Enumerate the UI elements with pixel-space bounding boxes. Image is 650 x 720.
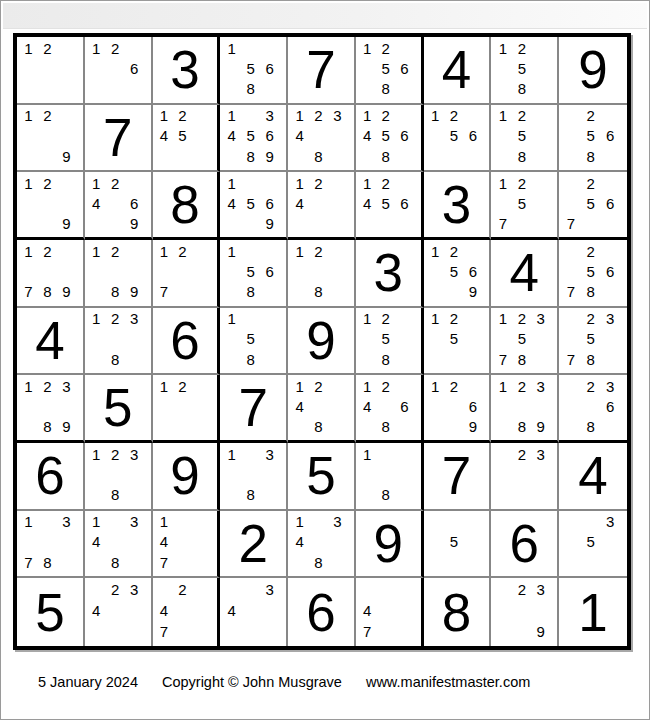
candidate-digit — [125, 464, 144, 484]
cell-r9c7[interactable]: 8 — [424, 578, 492, 646]
candidate-digit — [173, 552, 192, 572]
candidate-digit: 8 — [581, 146, 601, 166]
pencil-marks: 1256 — [426, 106, 483, 167]
cell-r8c7[interactable]: 5 — [424, 511, 492, 579]
cell-r8c1[interactable]: 1378 — [17, 511, 85, 579]
candidate-digit — [106, 600, 125, 621]
pencil-marks: 1345689 — [222, 106, 279, 167]
candidate-digit: 7 — [493, 349, 512, 369]
candidate-digit — [581, 512, 601, 532]
candidate-digit: 8 — [309, 552, 328, 572]
cell-r9c4[interactable]: 34 — [220, 578, 288, 646]
candidate-digit — [493, 193, 512, 213]
candidate-digit: 3 — [57, 376, 76, 396]
cell-r7c3[interactable]: 9 — [153, 443, 221, 511]
candidate-digit: 5 — [445, 261, 464, 281]
candidate-digit — [426, 396, 445, 416]
pencil-marks: 1289 — [87, 241, 144, 302]
pencil-marks: 147 — [155, 512, 211, 573]
cell-r4c3[interactable]: 127 — [153, 240, 221, 308]
candidate-digit — [57, 126, 76, 146]
candidate-digit: 3 — [125, 512, 144, 532]
candidate-digit: 8 — [581, 349, 601, 369]
candidate-digit: 3 — [531, 309, 550, 329]
candidate-digit: 1 — [493, 376, 512, 396]
cell-r8c8[interactable]: 6 — [491, 511, 559, 579]
pencil-marks: 126 — [87, 38, 144, 99]
candidate-digit: 7 — [19, 281, 38, 301]
candidate-digit — [561, 261, 581, 281]
solved-digit: 7 — [85, 105, 151, 171]
candidate-digit — [561, 396, 581, 416]
candidate-digit: 4 — [155, 126, 174, 146]
candidate-digit — [260, 349, 279, 369]
candidate-digit: 6 — [600, 126, 620, 146]
cell-r1c1[interactable]: 12 — [17, 37, 85, 105]
candidate-digit: 9 — [531, 416, 550, 436]
candidate-digit — [155, 261, 174, 281]
candidate-digit: 8 — [241, 146, 260, 166]
cell-r4c2[interactable]: 1289 — [85, 240, 153, 308]
cell-r1c8[interactable]: 1258 — [491, 37, 559, 105]
candidate-digit: 2 — [376, 173, 395, 193]
candidate-digit: 6 — [600, 193, 620, 213]
candidate-digit — [241, 106, 260, 126]
candidate-digit — [561, 241, 581, 261]
candidate-digit — [445, 396, 464, 416]
candidate-digit — [395, 621, 414, 642]
cell-r1c9[interactable]: 9 — [559, 37, 627, 105]
cell-r4c4[interactable]: 1568 — [220, 240, 288, 308]
candidate-digit — [19, 532, 38, 552]
cell-r5c2[interactable]: 1238 — [85, 308, 153, 376]
candidate-digit: 5 — [241, 193, 260, 213]
pencil-marks: 124568 — [358, 106, 414, 167]
candidate-digit — [106, 193, 125, 213]
candidate-digit — [328, 241, 347, 261]
cell-r9c2[interactable]: 234 — [85, 578, 153, 646]
pencil-marks: 1348 — [87, 512, 144, 573]
candidate-digit: 8 — [309, 416, 328, 436]
pencil-marks: 239 — [493, 579, 550, 642]
candidate-digit: 8 — [512, 78, 531, 98]
candidate-digit — [561, 512, 581, 532]
candidate-digit — [358, 464, 377, 484]
candidate-digit: 1 — [87, 38, 106, 58]
candidate-digit: 1 — [19, 241, 38, 261]
candidate-digit: 7 — [561, 281, 581, 301]
cell-r6c3[interactable]: 12 — [153, 375, 221, 443]
cell-r6c8[interactable]: 12389 — [491, 375, 559, 443]
cell-r3c1[interactable]: 129 — [17, 172, 85, 240]
cell-r2c6[interactable]: 124568 — [356, 105, 424, 173]
candidate-digit — [19, 213, 38, 233]
candidate-digit — [395, 106, 414, 126]
pencil-marks: 12468 — [358, 376, 414, 436]
cell-r2c5[interactable]: 12348 — [288, 105, 356, 173]
pencil-marks: 12348 — [290, 106, 347, 167]
candidate-digit: 5 — [581, 532, 601, 552]
solved-digit: 8 — [153, 172, 218, 237]
pencil-marks: 129 — [19, 106, 76, 167]
candidate-digit: 6 — [260, 193, 279, 213]
candidate-digit — [87, 78, 106, 98]
candidate-digit — [531, 600, 550, 621]
cell-r3c7[interactable]: 3 — [424, 172, 492, 240]
cell-r6c4[interactable]: 7 — [220, 375, 288, 443]
pencil-marks: 1238 — [87, 309, 144, 370]
candidate-digit — [57, 106, 76, 126]
candidate-digit: 2 — [512, 106, 531, 126]
candidate-digit — [445, 416, 464, 436]
candidate-digit — [512, 213, 531, 233]
cell-r3c5[interactable]: 124 — [288, 172, 356, 240]
cell-r7c6[interactable]: 18 — [356, 443, 424, 511]
cell-r2c1[interactable]: 129 — [17, 105, 85, 173]
cell-r4c9[interactable]: 25678 — [559, 240, 627, 308]
cell-r9c1[interactable]: 5 — [17, 578, 85, 646]
candidate-digit — [464, 512, 483, 532]
candidate-digit — [125, 329, 144, 349]
pencil-marks: 12568 — [358, 38, 414, 99]
cell-r4c6[interactable]: 3 — [356, 240, 424, 308]
candidate-digit: 5 — [581, 193, 601, 213]
candidate-digit — [328, 173, 347, 193]
cell-r6c7[interactable]: 1269 — [424, 375, 492, 443]
cell-r3c3[interactable]: 8 — [153, 172, 221, 240]
solved-digit: 9 — [288, 308, 354, 374]
solved-digit: 5 — [85, 375, 151, 440]
candidate-digit: 7 — [561, 349, 581, 369]
candidate-digit — [426, 261, 445, 281]
candidate-digit — [395, 484, 414, 504]
cell-r9c5[interactable]: 6 — [288, 578, 356, 646]
cell-r5c1[interactable]: 4 — [17, 308, 85, 376]
candidate-digit: 1 — [493, 106, 512, 126]
footer-date: 5 January 2024 — [38, 674, 138, 690]
candidate-digit: 6 — [125, 58, 144, 78]
cell-r8c2[interactable]: 1348 — [85, 511, 153, 579]
cell-r3c4[interactable]: 14569 — [220, 172, 288, 240]
candidate-digit: 9 — [125, 213, 144, 233]
candidate-digit — [106, 58, 125, 78]
candidate-digit — [464, 146, 483, 166]
cell-r2c7[interactable]: 1256 — [424, 105, 492, 173]
cell-r8c6[interactable]: 9 — [356, 511, 424, 579]
candidate-digit: 2 — [38, 106, 57, 126]
candidate-digit — [426, 281, 445, 301]
solved-digit: 1 — [559, 578, 627, 646]
cell-r2c9[interactable]: 2568 — [559, 105, 627, 173]
cell-r8c5[interactable]: 1348 — [288, 511, 356, 579]
candidate-digit: 1 — [358, 173, 377, 193]
cell-r2c3[interactable]: 1245 — [153, 105, 221, 173]
solved-digit: 7 — [288, 37, 354, 103]
cell-r9c9[interactable]: 1 — [559, 578, 627, 646]
pencil-marks: 35 — [561, 512, 620, 573]
pencil-marks: 125 — [426, 309, 483, 370]
candidate-digit: 1 — [87, 173, 106, 193]
candidate-digit: 6 — [260, 58, 279, 78]
candidate-digit: 9 — [464, 281, 483, 301]
candidate-digit — [328, 416, 347, 436]
candidate-digit — [395, 464, 414, 484]
candidate-digit: 5 — [173, 126, 192, 146]
candidate-digit: 1 — [222, 173, 241, 193]
cell-r7c1[interactable]: 6 — [17, 443, 85, 511]
candidate-digit: 8 — [241, 281, 260, 301]
cell-r7c2[interactable]: 1238 — [85, 443, 153, 511]
candidate-digit — [561, 552, 581, 572]
cell-r7c9[interactable]: 4 — [559, 443, 627, 511]
candidate-digit — [376, 444, 395, 464]
candidate-digit — [106, 78, 125, 98]
candidate-digit — [426, 126, 445, 146]
pencil-marks: 12 — [19, 38, 76, 99]
candidate-digit — [87, 484, 106, 504]
cell-r4c7[interactable]: 12569 — [424, 240, 492, 308]
candidate-digit: 7 — [561, 213, 581, 233]
cell-r1c5[interactable]: 7 — [288, 37, 356, 105]
candidate-digit — [426, 349, 445, 369]
cell-r1c2[interactable]: 126 — [85, 37, 153, 105]
solved-digit: 7 — [220, 375, 286, 440]
candidate-digit: 1 — [222, 106, 241, 126]
solved-digit: 4 — [424, 37, 490, 103]
cell-r6c5[interactable]: 1248 — [288, 375, 356, 443]
candidate-digit — [241, 173, 260, 193]
candidate-digit: 4 — [358, 193, 377, 213]
candidate-digit: 2 — [106, 444, 125, 464]
pencil-marks: 2567 — [561, 173, 620, 233]
candidate-digit: 9 — [57, 281, 76, 301]
candidate-digit — [531, 106, 550, 126]
cell-r7c5[interactable]: 5 — [288, 443, 356, 511]
candidate-digit — [309, 126, 328, 146]
candidate-digit — [445, 512, 464, 532]
cell-r5c5[interactable]: 9 — [288, 308, 356, 376]
pencil-marks: 128 — [290, 241, 347, 302]
cell-r5c9[interactable]: 23578 — [559, 308, 627, 376]
candidate-digit: 1 — [426, 309, 445, 329]
solved-digit: 6 — [17, 443, 83, 509]
candidate-digit — [241, 579, 260, 600]
candidate-digit — [561, 173, 581, 193]
candidate-digit — [106, 532, 125, 552]
candidate-digit — [531, 193, 550, 213]
candidate-digit: 2 — [38, 173, 57, 193]
cell-r7c8[interactable]: 23 — [491, 443, 559, 511]
cell-r8c3[interactable]: 147 — [153, 511, 221, 579]
candidate-digit: 1 — [155, 376, 174, 396]
candidate-digit: 2 — [309, 241, 328, 261]
candidate-digit: 5 — [241, 329, 260, 349]
candidate-digit: 1 — [19, 106, 38, 126]
candidate-digit: 1 — [493, 38, 512, 58]
candidate-digit: 8 — [512, 416, 531, 436]
cell-r9c8[interactable]: 239 — [491, 578, 559, 646]
cell-r1c4[interactable]: 1568 — [220, 37, 288, 105]
candidate-digit — [192, 552, 211, 572]
candidate-digit: 8 — [106, 349, 125, 369]
candidate-digit — [358, 329, 377, 349]
candidate-digit — [531, 213, 550, 233]
candidate-digit: 3 — [328, 512, 347, 532]
candidate-digit: 4 — [290, 396, 309, 416]
candidate-digit — [87, 58, 106, 78]
cell-r6c2[interactable]: 5 — [85, 375, 153, 443]
candidate-digit: 8 — [38, 552, 57, 572]
candidate-digit: 1 — [358, 309, 377, 329]
pencil-marks: 129 — [19, 173, 76, 233]
candidate-digit: 1 — [358, 106, 377, 126]
candidate-digit — [192, 106, 211, 126]
pencil-marks: 158 — [222, 309, 279, 370]
cell-r5c8[interactable]: 123578 — [491, 308, 559, 376]
pencil-marks: 12389 — [19, 376, 76, 436]
solved-digit: 8 — [424, 578, 490, 646]
cell-r7c7[interactable]: 7 — [424, 443, 492, 511]
candidate-digit: 6 — [395, 193, 414, 213]
candidate-digit: 5 — [376, 193, 395, 213]
candidate-digit — [309, 532, 328, 552]
candidate-digit — [493, 58, 512, 78]
candidate-digit — [173, 600, 192, 621]
cell-r5c3[interactable]: 6 — [153, 308, 221, 376]
cell-r2c8[interactable]: 1258 — [491, 105, 559, 173]
cell-r5c4[interactable]: 158 — [220, 308, 288, 376]
candidate-digit — [328, 193, 347, 213]
candidate-digit — [241, 213, 260, 233]
pencil-marks: 1248 — [290, 376, 347, 436]
candidate-digit — [309, 261, 328, 281]
candidate-digit — [358, 416, 377, 436]
candidate-digit: 2 — [581, 376, 601, 396]
candidate-digit — [376, 621, 395, 642]
candidate-digit: 3 — [57, 512, 76, 532]
candidate-digit — [222, 579, 241, 600]
candidate-digit — [426, 552, 445, 572]
candidate-digit — [600, 241, 620, 261]
candidate-digit — [358, 213, 377, 233]
candidate-digit: 2 — [38, 38, 57, 58]
pencil-marks: 1348 — [290, 512, 347, 573]
cell-r2c4[interactable]: 1345689 — [220, 105, 288, 173]
candidate-digit: 2 — [512, 444, 531, 464]
candidate-digit — [600, 213, 620, 233]
candidate-digit — [87, 281, 106, 301]
candidate-digit — [106, 329, 125, 349]
candidate-digit: 2 — [512, 376, 531, 396]
candidate-digit: 7 — [155, 281, 174, 301]
pencil-marks: 12389 — [493, 376, 550, 436]
candidate-digit: 2 — [376, 38, 395, 58]
pencil-marks: 1378 — [19, 512, 76, 573]
candidate-digit: 8 — [241, 78, 260, 98]
candidate-digit — [241, 600, 260, 621]
candidate-digit: 4 — [358, 396, 377, 416]
candidate-digit — [531, 58, 550, 78]
candidate-digit — [561, 106, 581, 126]
cell-r9c6[interactable]: 47 — [356, 578, 424, 646]
cell-r8c9[interactable]: 35 — [559, 511, 627, 579]
solved-digit: 2 — [220, 511, 286, 577]
candidate-digit: 8 — [38, 281, 57, 301]
cell-r8c4[interactable]: 2 — [220, 511, 288, 579]
cell-r4c8[interactable]: 4 — [491, 240, 559, 308]
candidate-digit — [328, 146, 347, 166]
candidate-digit — [38, 532, 57, 552]
cell-r6c6[interactable]: 12468 — [356, 375, 424, 443]
candidate-digit — [376, 464, 395, 484]
candidate-digit — [125, 552, 144, 572]
candidate-digit — [222, 261, 241, 281]
candidate-digit — [241, 444, 260, 464]
pencil-marks: 1257 — [493, 173, 550, 233]
cell-r7c4[interactable]: 138 — [220, 443, 288, 511]
candidate-digit — [600, 173, 620, 193]
cell-r3c6[interactable]: 12456 — [356, 172, 424, 240]
candidate-digit — [192, 396, 211, 416]
candidate-digit: 3 — [600, 376, 620, 396]
cell-r5c7[interactable]: 125 — [424, 308, 492, 376]
candidate-digit — [531, 173, 550, 193]
candidate-digit — [260, 309, 279, 329]
pencil-marks: 234 — [87, 579, 144, 642]
cell-r3c8[interactable]: 1257 — [491, 172, 559, 240]
candidate-digit: 8 — [512, 349, 531, 369]
cell-r6c9[interactable]: 2368 — [559, 375, 627, 443]
candidate-digit — [376, 213, 395, 233]
candidate-digit — [328, 396, 347, 416]
candidate-digit — [600, 146, 620, 166]
candidate-digit — [57, 193, 76, 213]
candidate-digit — [57, 78, 76, 98]
cell-r2c2[interactable]: 7 — [85, 105, 153, 173]
candidate-digit: 1 — [155, 512, 174, 532]
cell-r9c3[interactable]: 247 — [153, 578, 221, 646]
candidate-digit — [192, 126, 211, 146]
candidate-digit: 9 — [57, 416, 76, 436]
candidate-digit — [426, 146, 445, 166]
candidate-digit — [260, 173, 279, 193]
candidate-digit — [561, 309, 581, 329]
cell-r5c6[interactable]: 1258 — [356, 308, 424, 376]
footer: 5 January 2024 Copyright © John Musgrave… — [38, 674, 530, 690]
cell-r1c6[interactable]: 12568 — [356, 37, 424, 105]
candidate-digit — [464, 532, 483, 552]
cell-r4c1[interactable]: 12789 — [17, 240, 85, 308]
candidate-digit — [222, 329, 241, 349]
cell-r6c1[interactable]: 12389 — [17, 375, 85, 443]
candidate-digit — [512, 484, 531, 504]
candidate-digit — [87, 329, 106, 349]
cell-r3c9[interactable]: 2567 — [559, 172, 627, 240]
candidate-digit — [19, 58, 38, 78]
pencil-marks: 2568 — [561, 106, 620, 167]
cell-r1c3[interactable]: 3 — [153, 37, 221, 105]
candidate-digit: 7 — [155, 552, 174, 572]
candidate-digit — [309, 193, 328, 213]
cell-r1c7[interactable]: 4 — [424, 37, 492, 105]
candidate-digit: 3 — [260, 444, 279, 464]
candidate-digit — [173, 416, 192, 436]
candidate-digit — [493, 600, 512, 621]
cell-r4c5[interactable]: 128 — [288, 240, 356, 308]
candidate-digit — [173, 261, 192, 281]
candidate-digit: 1 — [493, 309, 512, 329]
cell-r3c2[interactable]: 12469 — [85, 172, 153, 240]
